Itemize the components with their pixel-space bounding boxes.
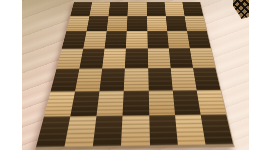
rug-square-r2c6 xyxy=(166,16,187,31)
rug-square-r6c2 xyxy=(70,91,99,117)
rug-square-r5c4 xyxy=(124,68,148,90)
wicker-lattice-object xyxy=(233,0,249,19)
room-photo xyxy=(22,0,249,150)
rug-square-r7c6 xyxy=(175,115,206,145)
rug-square-r5c7 xyxy=(193,67,220,89)
rug-square-r2c4 xyxy=(127,16,147,31)
rug-square-r2c7 xyxy=(184,16,206,31)
rug-square-r3c5 xyxy=(147,31,169,48)
rug-square-r1c2 xyxy=(90,2,111,16)
rug-square-r4c4 xyxy=(125,48,148,68)
rug-square-r7c4 xyxy=(121,116,149,146)
rug-square-r5c5 xyxy=(148,68,173,90)
rug-square-r5c2 xyxy=(75,68,102,91)
rug-square-r6c4 xyxy=(123,90,149,116)
rug-square-r7c2 xyxy=(65,116,97,146)
rug-square-r2c5 xyxy=(147,16,167,31)
rug-square-r1c3 xyxy=(109,2,129,16)
rug-square-r6c5 xyxy=(148,90,174,116)
rug-square-r1c5 xyxy=(146,2,165,16)
rug-square-r6c1 xyxy=(44,91,75,117)
rug-square-r3c2 xyxy=(83,31,107,48)
rug-square-r7c3 xyxy=(93,116,123,146)
rug-square-r1c4 xyxy=(128,2,147,16)
rug-square-r3c6 xyxy=(167,31,190,48)
rug-square-r4c3 xyxy=(102,49,126,69)
rug-square-r1c7 xyxy=(182,2,203,16)
checkerboard-rug xyxy=(35,2,235,150)
rug-square-r3c7 xyxy=(187,31,211,48)
rug-square-r2c3 xyxy=(107,16,128,31)
rug-square-r4c5 xyxy=(147,48,170,68)
rug-square-r3c4 xyxy=(126,31,147,48)
rug-square-r4c2 xyxy=(80,49,105,69)
rug-square-r4c7 xyxy=(190,48,215,67)
rug-square-r2c2 xyxy=(87,16,109,32)
rug-square-r5c3 xyxy=(100,68,125,90)
rug-square-r7c7 xyxy=(201,115,233,145)
rug-square-r3c3 xyxy=(105,31,127,48)
rug-square-r6c7 xyxy=(196,89,226,115)
rug-square-r6c3 xyxy=(97,90,124,116)
rug-square-r7c5 xyxy=(149,115,178,145)
product-photo-canvas xyxy=(0,0,270,150)
rug-square-r1c6 xyxy=(164,2,184,16)
